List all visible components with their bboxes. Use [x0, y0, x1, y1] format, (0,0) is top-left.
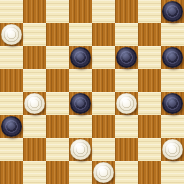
square-d3[interactable]: [69, 115, 92, 138]
white-man-piece[interactable]: [70, 139, 91, 160]
square-e5[interactable]: [92, 69, 115, 92]
square-d5[interactable]: [69, 69, 92, 92]
square-e3[interactable]: [92, 115, 115, 138]
square-c4[interactable]: [46, 92, 69, 115]
white-man-piece[interactable]: [1, 24, 22, 45]
square-e6[interactable]: [92, 46, 115, 69]
white-man-piece[interactable]: [93, 162, 114, 183]
black-man-piece[interactable]: [162, 47, 183, 68]
square-e4[interactable]: [92, 92, 115, 115]
square-b2[interactable]: [23, 138, 46, 161]
square-b4[interactable]: [23, 92, 46, 115]
checkers-board: [0, 0, 184, 184]
square-f3[interactable]: [115, 115, 138, 138]
square-e7[interactable]: [92, 23, 115, 46]
square-h7[interactable]: [161, 23, 184, 46]
square-c7[interactable]: [46, 23, 69, 46]
white-man-piece[interactable]: [162, 139, 183, 160]
square-a8[interactable]: [0, 0, 23, 23]
square-g3[interactable]: [138, 115, 161, 138]
square-g5[interactable]: [138, 69, 161, 92]
square-d4[interactable]: [69, 92, 92, 115]
square-e8[interactable]: [92, 0, 115, 23]
square-c2[interactable]: [46, 138, 69, 161]
square-h3[interactable]: [161, 115, 184, 138]
black-man-piece[interactable]: [162, 93, 183, 114]
square-a4[interactable]: [0, 92, 23, 115]
square-h1[interactable]: [161, 161, 184, 184]
square-b3[interactable]: [23, 115, 46, 138]
square-a2[interactable]: [0, 138, 23, 161]
square-e2[interactable]: [92, 138, 115, 161]
square-f4[interactable]: [115, 92, 138, 115]
square-g8[interactable]: [138, 0, 161, 23]
square-c6[interactable]: [46, 46, 69, 69]
square-h2[interactable]: [161, 138, 184, 161]
white-man-piece[interactable]: [116, 93, 137, 114]
black-man-piece[interactable]: [70, 47, 91, 68]
square-a7[interactable]: [0, 23, 23, 46]
square-b6[interactable]: [23, 46, 46, 69]
square-a3[interactable]: [0, 115, 23, 138]
square-h5[interactable]: [161, 69, 184, 92]
square-f2[interactable]: [115, 138, 138, 161]
square-a6[interactable]: [0, 46, 23, 69]
square-b7[interactable]: [23, 23, 46, 46]
square-f6[interactable]: [115, 46, 138, 69]
square-g4[interactable]: [138, 92, 161, 115]
black-man-piece[interactable]: [116, 47, 137, 68]
square-f7[interactable]: [115, 23, 138, 46]
square-c5[interactable]: [46, 69, 69, 92]
square-h8[interactable]: [161, 0, 184, 23]
square-g1[interactable]: [138, 161, 161, 184]
square-f8[interactable]: [115, 0, 138, 23]
square-b5[interactable]: [23, 69, 46, 92]
square-c8[interactable]: [46, 0, 69, 23]
square-d8[interactable]: [69, 0, 92, 23]
square-c1[interactable]: [46, 161, 69, 184]
square-d1[interactable]: [69, 161, 92, 184]
square-f1[interactable]: [115, 161, 138, 184]
black-man-piece[interactable]: [1, 116, 22, 137]
black-man-piece[interactable]: [162, 1, 183, 22]
white-man-piece[interactable]: [24, 93, 45, 114]
square-b8[interactable]: [23, 0, 46, 23]
square-g6[interactable]: [138, 46, 161, 69]
black-man-piece[interactable]: [70, 93, 91, 114]
square-f5[interactable]: [115, 69, 138, 92]
square-g7[interactable]: [138, 23, 161, 46]
square-a1[interactable]: [0, 161, 23, 184]
square-c3[interactable]: [46, 115, 69, 138]
square-d6[interactable]: [69, 46, 92, 69]
square-a5[interactable]: [0, 69, 23, 92]
square-d7[interactable]: [69, 23, 92, 46]
square-e1[interactable]: [92, 161, 115, 184]
square-h4[interactable]: [161, 92, 184, 115]
square-d2[interactable]: [69, 138, 92, 161]
square-b1[interactable]: [23, 161, 46, 184]
square-g2[interactable]: [138, 138, 161, 161]
square-h6[interactable]: [161, 46, 184, 69]
